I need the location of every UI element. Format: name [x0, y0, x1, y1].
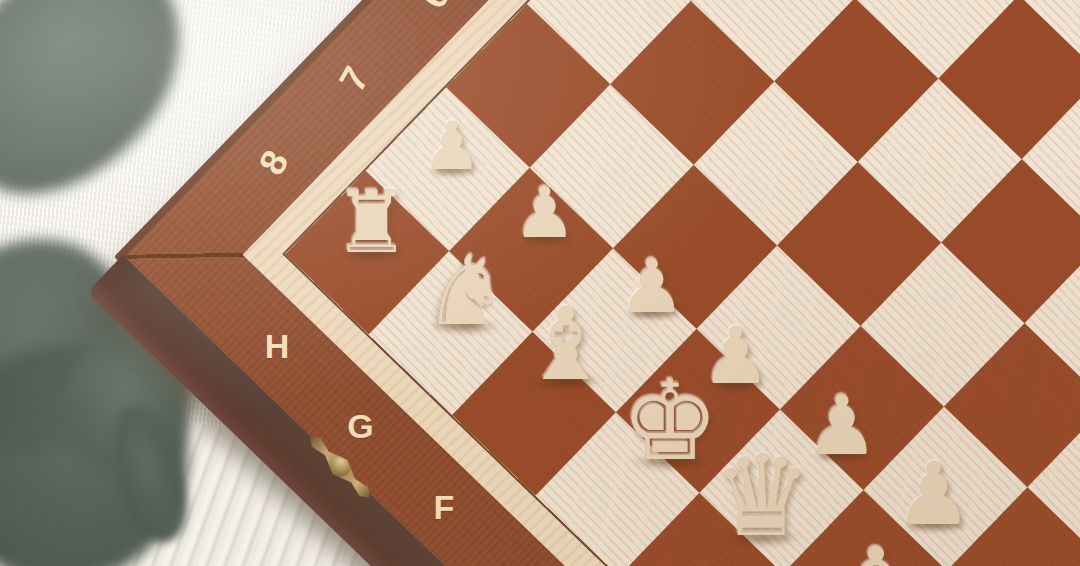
piece-white-knight-g8: ♞ — [423, 243, 509, 339]
file-label-f: F — [402, 449, 485, 565]
photo-scene: 8 7 6 5 4 3 2 1 H G F E D C B A — [0, 0, 1080, 566]
piece-white-pawn-g7: ♟ — [514, 178, 577, 248]
piece-white-pawn-c7: ♟ — [895, 451, 972, 537]
file-label-e: E — [486, 529, 569, 566]
piece-white-queen-d8: ♛ — [712, 440, 812, 552]
piece-white-pawn-h7: ♟ — [422, 114, 481, 180]
piece-white-bishop-f8: ♝ — [521, 295, 611, 395]
piece-white-pawn-d7: ♟ — [805, 385, 879, 467]
piece-white-king-e8: ♚ — [621, 366, 720, 476]
piece-white-rook-h8: ♜ — [333, 179, 410, 265]
file-label-h: H — [236, 288, 319, 404]
piece-white-pawn-f7: ♟ — [619, 249, 685, 323]
piece-white-bishop-c8: ♝ — [831, 535, 921, 566]
